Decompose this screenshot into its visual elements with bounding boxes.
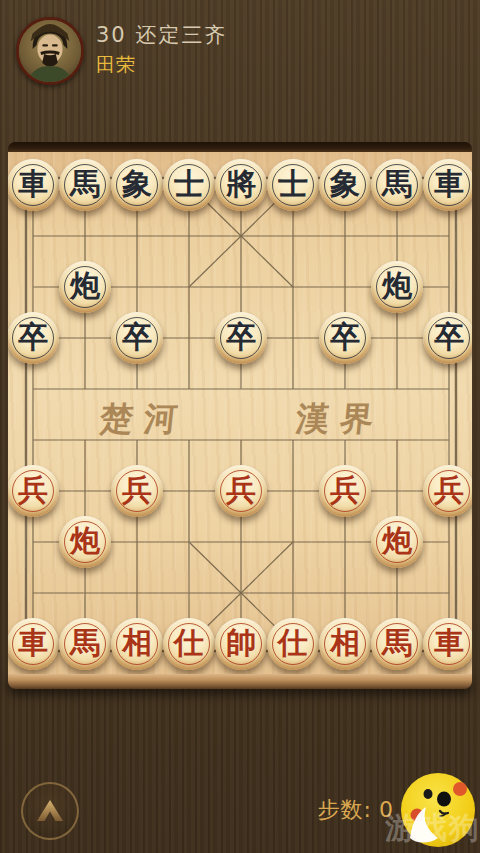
piece-bp-r3c0[interactable]: 卒 (8, 312, 59, 364)
piece-glyph: 士 (278, 169, 308, 199)
xiangqi-board: 楚河 漢界 車馬象士將士象馬車炮炮卒卒卒卒卒兵兵兵兵兵炮炮車馬相仕帥仕相馬車 (8, 142, 472, 689)
piece-glyph: 炮 (70, 526, 100, 556)
piece-glyph: 兵 (434, 475, 464, 505)
piece-glyph: 仕 (278, 628, 308, 658)
piece-glyph: 卒 (18, 322, 48, 352)
piece-bp-r3c4[interactable]: 卒 (215, 312, 267, 364)
piece-br-r0c8[interactable]: 車 (423, 159, 472, 211)
step-counter-label: 步数: (318, 797, 372, 822)
piece-rn-r9c7[interactable]: 馬 (371, 618, 423, 670)
board-top-edge (8, 142, 472, 152)
up-chevron-icon (35, 798, 65, 824)
piece-grid: 車馬象士將士象馬車炮炮卒卒卒卒卒兵兵兵兵兵炮炮車馬相仕帥仕相馬車 (8, 159, 472, 669)
piece-bk-r0c4[interactable]: 將 (215, 159, 267, 211)
piece-rr-r9c0[interactable]: 車 (8, 618, 59, 670)
piece-glyph: 卒 (330, 322, 360, 352)
board-surface[interactable]: 楚河 漢界 車馬象士將士象馬車炮炮卒卒卒卒卒兵兵兵兵兵炮炮車馬相仕帥仕相馬車 (8, 152, 472, 674)
piece-glyph: 士 (174, 169, 204, 199)
piece-glyph: 仕 (174, 628, 204, 658)
piece-glyph: 卒 (122, 322, 152, 352)
piece-glyph: 相 (122, 628, 152, 658)
piece-glyph: 炮 (382, 271, 412, 301)
piece-glyph: 卒 (434, 322, 464, 352)
piece-bn-r0c1[interactable]: 馬 (59, 159, 111, 211)
back-button[interactable] (21, 782, 79, 840)
piece-rc-r7c7[interactable]: 炮 (371, 516, 423, 568)
piece-ba-r0c5[interactable]: 士 (267, 159, 319, 211)
piece-ra-r9c5[interactable]: 仕 (267, 618, 319, 670)
piece-glyph: 馬 (382, 169, 412, 199)
piece-rk-r9c4[interactable]: 帥 (215, 618, 267, 670)
player-avatar[interactable] (16, 17, 84, 85)
piece-bn-r0c7[interactable]: 馬 (371, 159, 423, 211)
player-name: 田荣 (96, 52, 136, 78)
piece-glyph: 炮 (70, 271, 100, 301)
level-title: 30 还定三齐 (96, 21, 227, 49)
piece-bb-r0c6[interactable]: 象 (319, 159, 371, 211)
piece-glyph: 馬 (70, 628, 100, 658)
piece-glyph: 炮 (382, 526, 412, 556)
piece-glyph: 將 (226, 169, 256, 199)
piece-glyph: 兵 (226, 475, 256, 505)
general-portrait-image (19, 20, 81, 82)
piece-bc-r2c7[interactable]: 炮 (371, 261, 423, 313)
piece-bp-r3c8[interactable]: 卒 (423, 312, 472, 364)
piece-bc-r2c1[interactable]: 炮 (59, 261, 111, 313)
piece-glyph: 兵 (330, 475, 360, 505)
piece-glyph: 帥 (226, 628, 256, 658)
piece-glyph: 相 (330, 628, 360, 658)
piece-glyph: 車 (434, 169, 464, 199)
watermark-text: 游戏狗 (385, 808, 480, 849)
piece-glyph: 馬 (382, 628, 412, 658)
piece-glyph: 車 (18, 628, 48, 658)
board-bottom-bevel (8, 674, 472, 689)
piece-bb-r0c2[interactable]: 象 (111, 159, 163, 211)
piece-rp-r6c4[interactable]: 兵 (215, 465, 267, 517)
piece-glyph: 車 (18, 169, 48, 199)
piece-rp-r6c6[interactable]: 兵 (319, 465, 371, 517)
piece-ra-r9c3[interactable]: 仕 (163, 618, 215, 670)
piece-glyph: 卒 (226, 322, 256, 352)
piece-br-r0c0[interactable]: 車 (8, 159, 59, 211)
piece-glyph: 馬 (70, 169, 100, 199)
piece-glyph: 兵 (122, 475, 152, 505)
piece-glyph: 車 (434, 628, 464, 658)
piece-rp-r6c0[interactable]: 兵 (8, 465, 59, 517)
piece-glyph: 象 (330, 169, 360, 199)
piece-glyph: 兵 (18, 475, 48, 505)
step-counter: 步数:0 (318, 795, 394, 825)
piece-ba-r0c3[interactable]: 士 (163, 159, 215, 211)
piece-rb-r9c6[interactable]: 相 (319, 618, 371, 670)
piece-rc-r7c1[interactable]: 炮 (59, 516, 111, 568)
piece-bp-r3c2[interactable]: 卒 (111, 312, 163, 364)
piece-rn-r9c1[interactable]: 馬 (59, 618, 111, 670)
piece-rp-r6c8[interactable]: 兵 (423, 465, 472, 517)
piece-rb-r9c2[interactable]: 相 (111, 618, 163, 670)
piece-rr-r9c8[interactable]: 車 (423, 618, 472, 670)
piece-rp-r6c2[interactable]: 兵 (111, 465, 163, 517)
piece-glyph: 象 (122, 169, 152, 199)
piece-bp-r3c6[interactable]: 卒 (319, 312, 371, 364)
